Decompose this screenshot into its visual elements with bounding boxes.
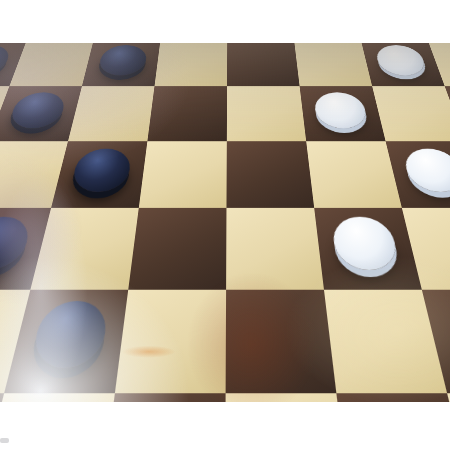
square-r2c6 <box>372 86 450 141</box>
black-piece <box>70 149 133 192</box>
square-r1c2 <box>82 43 161 86</box>
square-r6c4 <box>225 393 352 402</box>
square-r1c4 <box>227 43 300 86</box>
square-r6c2 <box>0 393 115 402</box>
square-r5c4 <box>226 290 337 393</box>
square-r2c4 <box>227 86 306 141</box>
screenshot-root <box>0 0 450 450</box>
square-r1c3 <box>154 43 227 86</box>
background-smudge <box>0 438 9 443</box>
square-r6c5 <box>336 393 450 402</box>
square-r3c3 <box>139 141 227 207</box>
white-piece <box>330 217 401 270</box>
board-photo <box>0 43 450 402</box>
white-piece <box>313 92 369 128</box>
square-r1c5 <box>294 43 372 86</box>
checkers-board <box>0 43 450 402</box>
square-r3c2 <box>51 141 147 207</box>
square-r4c4 <box>226 208 324 290</box>
square-r3c4 <box>226 141 314 207</box>
black-piece <box>29 301 110 368</box>
square-r2c5 <box>300 86 386 141</box>
square-r6c3 <box>97 393 225 402</box>
black-piece <box>7 92 68 128</box>
square-r2c2 <box>68 86 155 141</box>
square-r4c3 <box>128 208 226 290</box>
black-piece <box>97 45 149 75</box>
square-r2c3 <box>147 86 227 141</box>
black-piece <box>0 45 13 75</box>
black-piece <box>0 217 34 270</box>
square-r5c3 <box>115 290 226 393</box>
square-r1c1 <box>9 43 93 86</box>
white-piece <box>401 149 450 192</box>
white-piece <box>374 45 429 75</box>
